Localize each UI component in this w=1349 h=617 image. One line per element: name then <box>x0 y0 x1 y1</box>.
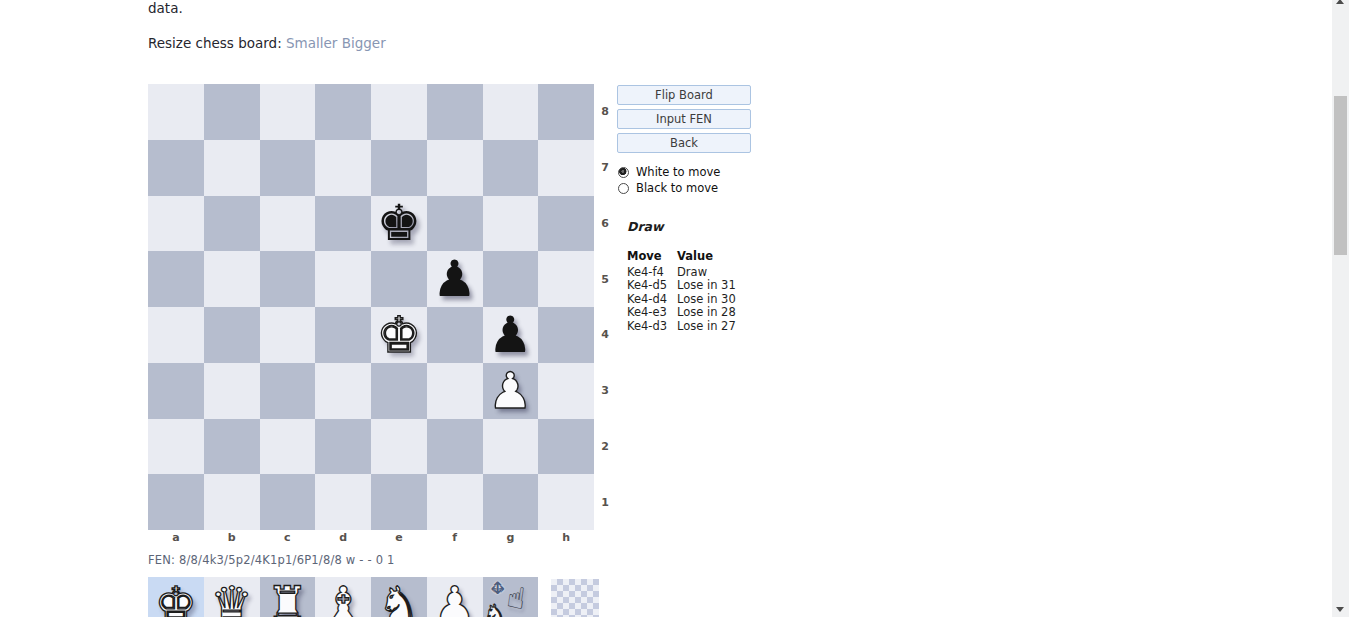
move-header: Move <box>627 249 677 266</box>
square-b6[interactable] <box>204 196 260 252</box>
square-g1[interactable] <box>483 474 539 530</box>
square-e8[interactable] <box>371 84 427 140</box>
square-h2[interactable] <box>538 419 594 475</box>
evaluation-result: Draw <box>627 219 664 234</box>
square-b4[interactable] <box>204 307 260 363</box>
square-g5[interactable] <box>483 251 539 307</box>
square-g7[interactable] <box>483 140 539 196</box>
file-label-e: e <box>371 531 427 547</box>
rank-label-8: 8 <box>594 84 616 140</box>
square-f7[interactable] <box>427 140 483 196</box>
square-a5[interactable] <box>148 251 204 307</box>
square-e2[interactable] <box>371 419 427 475</box>
white-king[interactable]: ♚ <box>376 310 421 360</box>
square-f5[interactable]: ♟ <box>427 251 483 307</box>
back-button[interactable]: Back <box>617 133 751 153</box>
square-f1[interactable] <box>427 474 483 530</box>
square-f4[interactable] <box>427 307 483 363</box>
file-label-a: a <box>148 531 204 547</box>
value-cell: Draw <box>677 266 736 279</box>
value-cell: Lose in 31 <box>677 279 736 292</box>
square-b1[interactable] <box>204 474 260 530</box>
white-king-tool[interactable]: ♚ <box>148 577 204 617</box>
square-a2[interactable] <box>148 419 204 475</box>
white-king-tool-icon: ♚ <box>155 580 197 617</box>
square-h7[interactable] <box>538 140 594 196</box>
white-pawn[interactable]: ♟ <box>488 366 533 416</box>
square-d8[interactable] <box>315 84 371 140</box>
resize-bigger-link[interactable]: Bigger <box>342 35 386 51</box>
move-cell[interactable]: Ke4-d3 <box>627 320 677 333</box>
hand-cursor-icon: ☝ <box>505 582 527 614</box>
square-g6[interactable] <box>483 196 539 252</box>
square-h1[interactable] <box>538 474 594 530</box>
rank-label-6: 6 <box>594 196 616 252</box>
square-b2[interactable] <box>204 419 260 475</box>
page-text-fragment: data. <box>148 0 183 16</box>
square-f8[interactable] <box>427 84 483 140</box>
move-value-table: MoveValueKe4-f4DrawKe4-d5Lose in 31Ke4-d… <box>627 249 736 333</box>
knight-icon: ♞ <box>484 601 507 617</box>
square-d1[interactable] <box>315 474 371 530</box>
white-rook-tool-icon: ♜ <box>266 580 308 617</box>
square-e7[interactable] <box>371 140 427 196</box>
white-to-move-radio[interactable] <box>618 167 629 178</box>
square-g8[interactable] <box>483 84 539 140</box>
square-e5[interactable] <box>371 251 427 307</box>
square-g2[interactable] <box>483 419 539 475</box>
black-pawn[interactable]: ♟ <box>488 310 533 360</box>
square-d2[interactable] <box>315 419 371 475</box>
square-h4[interactable] <box>538 307 594 363</box>
move-cell[interactable]: Ke4-d4 <box>627 293 677 306</box>
square-c3[interactable] <box>260 363 316 419</box>
scrollbar-thumb[interactable] <box>1334 96 1347 255</box>
square-d6[interactable] <box>315 196 371 252</box>
white-to-move-option[interactable]: White to move <box>617 164 720 180</box>
rank-label-5: 5 <box>594 251 616 307</box>
square-e1[interactable] <box>371 474 427 530</box>
square-h5[interactable] <box>538 251 594 307</box>
square-c5[interactable] <box>260 251 316 307</box>
move-cell[interactable]: Ke4-e3 <box>627 306 677 319</box>
move-cell[interactable]: Ke4-d5 <box>627 279 677 292</box>
square-g3[interactable]: ♟ <box>483 363 539 419</box>
square-f3[interactable] <box>427 363 483 419</box>
value-cell: Lose in 28 <box>677 306 736 319</box>
rank-label-3: 3 <box>594 363 616 419</box>
empty-board-tool[interactable] <box>551 579 599 617</box>
square-c8[interactable] <box>260 84 316 140</box>
black-to-move-radio[interactable] <box>618 183 629 194</box>
square-h3[interactable] <box>538 363 594 419</box>
square-c4[interactable] <box>260 307 316 363</box>
white-queen-tool-icon: ♛ <box>211 580 253 617</box>
resize-board-label: Resize chess board: <box>148 35 282 51</box>
file-label-g: g <box>483 531 539 547</box>
square-e3[interactable] <box>371 363 427 419</box>
square-d5[interactable] <box>315 251 371 307</box>
file-label-b: b <box>204 531 260 547</box>
square-d3[interactable] <box>315 363 371 419</box>
square-f6[interactable] <box>427 196 483 252</box>
square-h8[interactable] <box>538 84 594 140</box>
square-a1[interactable] <box>148 474 204 530</box>
square-e4[interactable]: ♚ <box>371 307 427 363</box>
square-a7[interactable] <box>148 140 204 196</box>
resize-smaller-link[interactable]: Smaller <box>286 35 337 51</box>
scroll-down-icon[interactable] <box>1336 607 1344 612</box>
white-rook-tool[interactable]: ♜ <box>260 577 316 617</box>
rank-label-7: 7 <box>594 140 616 196</box>
move-tool[interactable]: ↔↕♞☝ <box>483 577 539 617</box>
square-b8[interactable] <box>204 84 260 140</box>
white-pawn-tool[interactable]: ♟ <box>427 577 483 617</box>
vertical-scrollbar[interactable] <box>1332 0 1349 617</box>
rank-label-2: 2 <box>594 419 616 475</box>
square-b3[interactable] <box>204 363 260 419</box>
square-d7[interactable] <box>315 140 371 196</box>
file-label-c: c <box>260 531 316 547</box>
black-to-move-option[interactable]: Black to move <box>617 180 720 196</box>
square-c7[interactable] <box>260 140 316 196</box>
rank-label-1: 1 <box>594 474 616 530</box>
black-to-move-label: Black to move <box>636 181 718 195</box>
white-knight-tool[interactable]: ♞ <box>371 577 427 617</box>
value-cell: Lose in 27 <box>677 320 736 333</box>
value-cell: Lose in 30 <box>677 293 736 306</box>
value-header: Value <box>677 249 736 266</box>
fen-text: FEN: 8/8/4k3/5p2/4K1p1/6P1/8/8 w - - 0 1 <box>148 553 395 567</box>
file-labels: abcdefgh <box>148 531 594 547</box>
square-a8[interactable] <box>148 84 204 140</box>
resize-board-line: Resize chess board: Smaller Bigger <box>148 35 386 51</box>
move-cell[interactable]: Ke4-f4 <box>627 266 677 279</box>
piece-palette[interactable]: ♚♛♜♝♞♟↔↕♞☝ <box>148 577 538 617</box>
black-pawn[interactable]: ♟ <box>432 254 477 304</box>
side-to-move-group: White to moveBlack to move <box>617 164 720 196</box>
file-label-f: f <box>427 531 483 547</box>
square-a4[interactable] <box>148 307 204 363</box>
black-king[interactable]: ♚ <box>376 198 421 248</box>
square-d4[interactable] <box>315 307 371 363</box>
square-c1[interactable] <box>260 474 316 530</box>
square-b5[interactable] <box>204 251 260 307</box>
move-arrows-icon: ↕ <box>489 578 507 598</box>
input-fen-button[interactable]: Input FEN <box>617 109 751 129</box>
square-h6[interactable] <box>538 196 594 252</box>
square-b7[interactable] <box>204 140 260 196</box>
white-bishop-tool-icon: ♝ <box>322 580 364 617</box>
square-c6[interactable] <box>260 196 316 252</box>
square-g4[interactable]: ♟ <box>483 307 539 363</box>
square-a3[interactable] <box>148 363 204 419</box>
square-a6[interactable] <box>148 196 204 252</box>
file-label-d: d <box>315 531 371 547</box>
flip-board-button[interactable]: Flip Board <box>617 85 751 105</box>
white-bishop-tool[interactable]: ♝ <box>315 577 371 617</box>
square-e6[interactable]: ♚ <box>371 196 427 252</box>
scroll-up-icon[interactable] <box>1336 0 1344 4</box>
white-knight-tool-icon: ♞ <box>378 580 420 617</box>
chess-board[interactable]: ♚♟♚♟♟ <box>148 84 594 530</box>
file-label-h: h <box>538 531 594 547</box>
white-to-move-label: White to move <box>636 165 720 179</box>
rank-labels: 87654321 <box>594 84 616 530</box>
square-c2[interactable] <box>260 419 316 475</box>
white-queen-tool[interactable]: ♛ <box>204 577 260 617</box>
rank-label-4: 4 <box>594 307 616 363</box>
square-f2[interactable] <box>427 419 483 475</box>
white-pawn-tool-icon: ♟ <box>434 580 476 617</box>
